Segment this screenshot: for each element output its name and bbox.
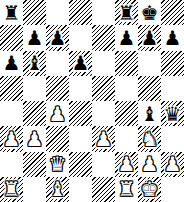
piece-white-pawn: ♟: [3, 129, 21, 149]
piece-black-bishop: ♝: [141, 104, 159, 124]
square-h2[interactable]: ♟: [161, 152, 184, 177]
square-c5[interactable]: [46, 76, 69, 101]
square-c7[interactable]: ♟: [46, 25, 69, 50]
piece-black-queen: ♛: [164, 104, 182, 124]
square-c4[interactable]: ♟: [46, 101, 69, 126]
square-e7[interactable]: [92, 25, 115, 50]
square-h7[interactable]: ♟: [161, 25, 184, 50]
square-f8[interactable]: ♜: [115, 0, 138, 25]
square-a2[interactable]: [0, 152, 23, 177]
square-f3[interactable]: [115, 126, 138, 151]
square-c6[interactable]: [46, 51, 69, 76]
square-a7[interactable]: [0, 25, 23, 50]
piece-white-pawn: ♟: [26, 129, 44, 149]
square-a6[interactable]: ♟: [0, 51, 23, 76]
square-e5[interactable]: [92, 76, 115, 101]
square-b3[interactable]: ♟: [23, 126, 46, 151]
piece-white-queen: ♛: [49, 154, 67, 174]
square-b8[interactable]: [23, 0, 46, 25]
square-d7[interactable]: [69, 25, 92, 50]
square-h3[interactable]: [161, 126, 184, 151]
square-a5[interactable]: [0, 76, 23, 101]
piece-white-rook: ♜: [118, 179, 136, 199]
piece-white-pawn: ♟: [141, 154, 159, 174]
piece-white-king: ♚: [141, 179, 159, 199]
chess-board-window: ♜♜♚♟♟♟♟♟♟♝♟♟♝♛♟♟♟♞♛♟♟♟♜♝♜♚: [0, 0, 184, 202]
piece-black-king: ♚: [141, 3, 159, 23]
square-g2[interactable]: ♟: [138, 152, 161, 177]
square-f4[interactable]: [115, 101, 138, 126]
square-g4[interactable]: ♝: [138, 101, 161, 126]
piece-white-knight: ♞: [141, 129, 159, 149]
square-h8[interactable]: [161, 0, 184, 25]
square-e8[interactable]: [92, 0, 115, 25]
square-f5[interactable]: [115, 76, 138, 101]
square-e6[interactable]: [92, 51, 115, 76]
square-g8[interactable]: ♚: [138, 0, 161, 25]
square-f7[interactable]: ♟: [115, 25, 138, 50]
square-h6[interactable]: [161, 51, 184, 76]
square-a4[interactable]: [0, 101, 23, 126]
piece-white-pawn: ♟: [118, 154, 136, 174]
piece-white-pawn: ♟: [164, 154, 182, 174]
square-d6[interactable]: ♟: [69, 51, 92, 76]
square-e3[interactable]: ♟: [92, 126, 115, 151]
square-a8[interactable]: ♜: [0, 0, 23, 25]
piece-black-pawn: ♟: [72, 53, 90, 73]
square-g1[interactable]: ♚: [138, 177, 161, 202]
piece-white-rook: ♜: [3, 179, 21, 199]
piece-white-pawn: ♟: [49, 104, 67, 124]
square-e4[interactable]: [92, 101, 115, 126]
square-c3[interactable]: [46, 126, 69, 151]
piece-black-pawn: ♟: [118, 28, 136, 48]
square-g7[interactable]: ♟: [138, 25, 161, 50]
chess-board: ♜♜♚♟♟♟♟♟♟♝♟♟♝♛♟♟♟♞♛♟♟♟♜♝♜♚: [0, 0, 184, 202]
square-b1[interactable]: [23, 177, 46, 202]
square-d3[interactable]: [69, 126, 92, 151]
piece-black-rook: ♜: [118, 3, 136, 23]
square-e1[interactable]: [92, 177, 115, 202]
square-b4[interactable]: [23, 101, 46, 126]
piece-white-pawn: ♟: [95, 129, 113, 149]
square-b2[interactable]: [23, 152, 46, 177]
square-h5[interactable]: [161, 76, 184, 101]
square-d1[interactable]: [69, 177, 92, 202]
square-e2[interactable]: [92, 152, 115, 177]
square-a3[interactable]: ♟: [0, 126, 23, 151]
square-b5[interactable]: [23, 76, 46, 101]
piece-black-bishop: ♝: [26, 53, 44, 73]
square-d5[interactable]: [69, 76, 92, 101]
piece-black-pawn: ♟: [26, 28, 44, 48]
square-b6[interactable]: ♝: [23, 51, 46, 76]
square-f2[interactable]: ♟: [115, 152, 138, 177]
piece-black-pawn: ♟: [164, 28, 182, 48]
square-g5[interactable]: [138, 76, 161, 101]
square-c8[interactable]: [46, 0, 69, 25]
square-d2[interactable]: [69, 152, 92, 177]
square-g6[interactable]: [138, 51, 161, 76]
square-a1[interactable]: ♜: [0, 177, 23, 202]
square-h4[interactable]: ♛: [161, 101, 184, 126]
piece-black-pawn: ♟: [49, 28, 67, 48]
square-f1[interactable]: ♜: [115, 177, 138, 202]
square-h1[interactable]: [161, 177, 184, 202]
square-c1[interactable]: ♝: [46, 177, 69, 202]
piece-white-bishop: ♝: [49, 179, 67, 199]
piece-black-pawn: ♟: [141, 28, 159, 48]
piece-black-pawn: ♟: [3, 53, 21, 73]
square-g3[interactable]: ♞: [138, 126, 161, 151]
square-d4[interactable]: [69, 101, 92, 126]
square-b7[interactable]: ♟: [23, 25, 46, 50]
square-f6[interactable]: [115, 51, 138, 76]
piece-black-rook: ♜: [3, 3, 21, 23]
square-d8[interactable]: [69, 0, 92, 25]
square-c2[interactable]: ♛: [46, 152, 69, 177]
